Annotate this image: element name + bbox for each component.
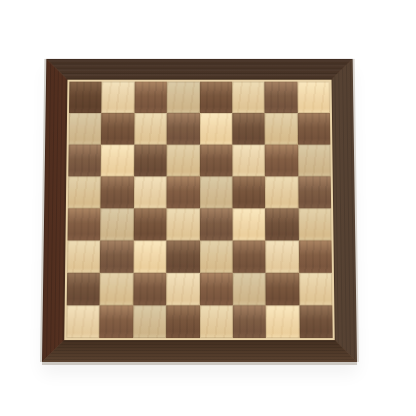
square-r5c0-light xyxy=(67,240,100,272)
square-r0c5-light xyxy=(232,82,265,113)
square-r0c0-dark xyxy=(69,82,102,113)
square-r6c3-light xyxy=(166,273,199,306)
square-r1c6-light xyxy=(265,113,298,145)
square-r6c7-light xyxy=(299,273,332,306)
square-r5c4-light xyxy=(200,240,233,272)
square-r1c7-dark xyxy=(297,113,330,145)
square-r5c7-dark xyxy=(299,240,332,272)
square-r7c5-dark xyxy=(233,305,266,338)
square-r5c3-dark xyxy=(166,240,199,272)
square-r7c6-light xyxy=(266,305,300,338)
square-r1c5-dark xyxy=(232,113,265,145)
square-r4c4-dark xyxy=(200,208,233,240)
square-r3c3-dark xyxy=(167,176,200,208)
square-r1c1-dark xyxy=(101,113,134,145)
square-r2c7-light xyxy=(298,145,331,177)
square-r0c3-light xyxy=(167,82,200,113)
photo-background xyxy=(0,0,416,416)
square-r7c7-dark xyxy=(299,305,333,338)
square-r7c0-light xyxy=(66,305,100,338)
square-r7c2-light xyxy=(133,305,166,338)
square-r3c2-light xyxy=(134,176,167,208)
square-r5c6-light xyxy=(266,240,299,272)
square-r2c3-light xyxy=(167,145,200,177)
square-r4c6-dark xyxy=(265,208,298,240)
square-r1c4-light xyxy=(200,113,233,145)
square-r0c6-dark xyxy=(265,82,298,113)
square-r3c5-dark xyxy=(232,176,265,208)
square-r2c4-dark xyxy=(200,145,233,177)
square-r4c7-light xyxy=(298,208,331,240)
board-grid xyxy=(66,82,332,338)
square-r0c2-dark xyxy=(134,82,167,113)
square-r4c1-light xyxy=(100,208,133,240)
chess-board xyxy=(42,59,357,362)
square-r4c3-light xyxy=(166,208,199,240)
board-maple-inlay-border xyxy=(64,80,334,340)
square-r6c0-dark xyxy=(67,273,100,306)
square-r0c4-dark xyxy=(200,82,233,113)
square-r6c2-dark xyxy=(133,273,166,306)
square-r1c0-light xyxy=(69,113,102,145)
square-r2c1-light xyxy=(101,145,134,177)
square-r2c6-dark xyxy=(265,145,298,177)
square-r7c4-light xyxy=(200,305,233,338)
square-r3c1-dark xyxy=(101,176,134,208)
square-r4c2-dark xyxy=(133,208,166,240)
square-r3c4-light xyxy=(200,176,233,208)
square-r4c0-dark xyxy=(67,208,100,240)
square-r5c1-dark xyxy=(100,240,133,272)
square-r6c6-dark xyxy=(266,273,299,306)
square-r2c5-light xyxy=(232,145,265,177)
square-r7c1-dark xyxy=(100,305,134,338)
square-r3c0-light xyxy=(68,176,101,208)
square-r2c0-dark xyxy=(68,145,101,177)
square-r6c5-light xyxy=(233,273,266,306)
square-r6c1-light xyxy=(100,273,133,306)
square-r5c2-light xyxy=(133,240,166,272)
square-r1c3-dark xyxy=(167,113,200,145)
square-r3c6-light xyxy=(265,176,298,208)
square-r1c2-light xyxy=(134,113,167,145)
square-r7c3-dark xyxy=(166,305,199,338)
square-r6c4-dark xyxy=(200,273,233,306)
square-r4c5-light xyxy=(232,208,265,240)
square-r0c1-light xyxy=(102,82,135,113)
square-r2c2-dark xyxy=(134,145,167,177)
square-r0c7-light xyxy=(297,82,330,113)
square-r3c7-dark xyxy=(298,176,331,208)
square-r5c5-dark xyxy=(233,240,266,272)
